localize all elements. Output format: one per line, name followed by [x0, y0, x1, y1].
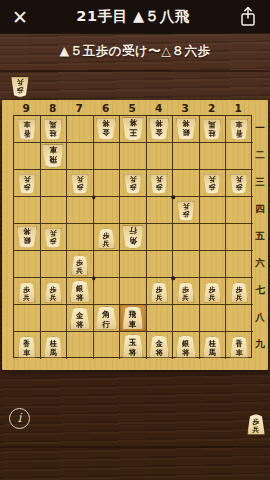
- square-7-6: 歩兵: [67, 251, 94, 278]
- wood-seam: [0, 70, 270, 72]
- piece-sente-keima: 桂馬: [44, 336, 63, 358]
- square-7-9: [67, 332, 94, 359]
- piece-sente-fu: 歩兵: [18, 282, 36, 303]
- piece-sente-kyosha: 香車: [230, 336, 249, 358]
- square-2-2: [200, 143, 227, 170]
- square-6-2: [94, 143, 121, 170]
- square-3-5: [173, 224, 200, 251]
- file-label-9: 9: [13, 100, 40, 115]
- square-6-6: [94, 251, 121, 278]
- square-4-1: 金将: [147, 116, 174, 143]
- piece-sente-fu: 歩兵: [231, 282, 249, 303]
- square-5-8: 飛車: [120, 305, 147, 332]
- square-5-4: [120, 197, 147, 224]
- file-label-6: 6: [93, 100, 120, 115]
- file-label-1: 1: [225, 100, 252, 115]
- piece-gote-fu: 歩兵: [45, 228, 63, 249]
- piece-gote-keima: 桂馬: [44, 119, 63, 141]
- square-7-1: [67, 116, 94, 143]
- piece-gote-kyosha: 香車: [18, 119, 37, 141]
- square-7-3: 歩兵: [67, 170, 94, 197]
- square-9-3: 歩兵: [14, 170, 41, 197]
- file-label-7: 7: [66, 100, 93, 115]
- square-6-7: [94, 278, 121, 305]
- rank-label-2: 二: [252, 142, 268, 169]
- rank-label-5: 五: [252, 223, 268, 250]
- square-2-4: [200, 197, 227, 224]
- hoshi-dot: [171, 276, 175, 280]
- piece-sente-fu: 歩兵: [98, 228, 116, 249]
- square-4-3: 歩兵: [147, 170, 174, 197]
- piece-sente-fu: 歩兵: [71, 255, 89, 276]
- square-6-5: 歩兵: [94, 224, 121, 251]
- rank-label-9: 九: [252, 331, 268, 358]
- file-label-5: 5: [119, 100, 146, 115]
- piece-sente-kyosha: 香車: [18, 336, 37, 358]
- piece-sente-hisha: 飛車: [122, 306, 144, 330]
- piece-gote-kakugyo: 角行: [122, 225, 144, 249]
- square-8-6: [41, 251, 68, 278]
- rank-label-3: 三: [252, 169, 268, 196]
- info-button[interactable]: i: [9, 408, 30, 429]
- hoshi-dot: [92, 276, 96, 280]
- top-bar: ✕ 21手目 ▲５八飛: [0, 0, 270, 33]
- square-6-3: [94, 170, 121, 197]
- piece-gote-fu: 歩兵: [204, 174, 222, 195]
- square-1-8: [226, 305, 253, 332]
- rank-label-7: 七: [252, 277, 268, 304]
- piece-sente-fu: 歩兵: [151, 282, 169, 303]
- square-7-7: 銀将: [67, 278, 94, 305]
- sente-hand-tray: 歩兵: [245, 413, 267, 436]
- hoshi-dot: [171, 195, 175, 199]
- square-6-8: 角行: [94, 305, 121, 332]
- close-button[interactable]: ✕: [0, 0, 40, 33]
- square-1-4: [226, 197, 253, 224]
- piece-sente-keima: 桂馬: [203, 336, 222, 358]
- share-button[interactable]: [226, 0, 270, 33]
- square-2-7: 歩兵: [200, 278, 227, 305]
- square-3-8: [173, 305, 200, 332]
- square-9-7: 歩兵: [14, 278, 41, 305]
- gote-hand-tray: 歩兵: [9, 76, 31, 99]
- square-9-2: [14, 143, 41, 170]
- share-icon: [238, 6, 258, 28]
- piece-sente-gyokusho: 玉将: [122, 334, 144, 358]
- square-2-9: 桂馬: [200, 332, 227, 359]
- square-8-5: 歩兵: [41, 224, 68, 251]
- square-2-8: [200, 305, 227, 332]
- square-3-9: 銀将: [173, 332, 200, 359]
- square-9-9: 香車: [14, 332, 41, 359]
- file-label-4: 4: [146, 100, 173, 115]
- square-3-1: 銀将: [173, 116, 200, 143]
- square-8-9: 桂馬: [41, 332, 68, 359]
- page-title: 21手目 ▲５八飛: [76, 7, 189, 26]
- piece-gote-kyosha: 香車: [230, 119, 249, 141]
- piece-gote-keima: 桂馬: [203, 119, 222, 141]
- wood-seam: [0, 446, 270, 448]
- piece-gote-fu: 歩兵: [124, 174, 142, 195]
- file-label-8: 8: [40, 100, 67, 115]
- square-5-2: [120, 143, 147, 170]
- square-6-9: [94, 332, 121, 359]
- square-1-1: 香車: [226, 116, 253, 143]
- piece-sente-fu: 歩兵: [247, 414, 265, 435]
- rank-label-1: 一: [252, 115, 268, 142]
- square-3-7: 歩兵: [173, 278, 200, 305]
- square-8-2: 飛車: [41, 143, 68, 170]
- square-3-4: 歩兵: [173, 197, 200, 224]
- square-8-4: [41, 197, 68, 224]
- square-2-1: 桂馬: [200, 116, 227, 143]
- file-labels: 987654321: [13, 100, 252, 115]
- rank-label-6: 六: [252, 250, 268, 277]
- square-4-7: 歩兵: [147, 278, 174, 305]
- square-7-5: [67, 224, 94, 251]
- piece-sente-fu: 歩兵: [204, 282, 222, 303]
- piece-gote-fu: 歩兵: [177, 201, 195, 222]
- piece-gote-hisha: 飛車: [43, 144, 65, 168]
- square-4-9: 金将: [147, 332, 174, 359]
- piece-gote-fu: 歩兵: [11, 77, 29, 98]
- square-7-8: 金将: [67, 305, 94, 332]
- square-1-9: 香車: [226, 332, 253, 359]
- file-label-3: 3: [172, 100, 199, 115]
- square-9-4: [14, 197, 41, 224]
- square-5-5: 角行: [120, 224, 147, 251]
- board-grid: 香車桂馬金将王将金将銀将桂馬香車飛車歩兵歩兵歩兵歩兵歩兵歩兵歩兵銀将歩兵歩兵角行…: [13, 115, 252, 358]
- square-9-1: 香車: [14, 116, 41, 143]
- square-8-8: [41, 305, 68, 332]
- square-4-2: [147, 143, 174, 170]
- piece-sente-kinsho: 金将: [70, 307, 90, 330]
- piece-gote-fu: 歩兵: [18, 174, 36, 195]
- piece-sente-kakugyo: 角行: [96, 306, 118, 330]
- square-1-7: 歩兵: [226, 278, 253, 305]
- file-label-2: 2: [199, 100, 226, 115]
- rank-labels: 一二三四五六七八九: [252, 115, 268, 358]
- piece-sente-ginsho: 銀将: [176, 335, 196, 358]
- square-4-8: [147, 305, 174, 332]
- chapter-subtitle: ▲５五歩の受け〜△８六歩: [0, 33, 270, 70]
- square-6-4: [94, 197, 121, 224]
- shogi-board: 987654321 香車桂馬金将王将金将銀将桂馬香車飛車歩兵歩兵歩兵歩兵歩兵歩兵…: [2, 100, 268, 370]
- rank-label-4: 四: [252, 196, 268, 223]
- square-3-6: [173, 251, 200, 278]
- square-8-3: [41, 170, 68, 197]
- square-8-7: 歩兵: [41, 278, 68, 305]
- piece-gote-fu: 歩兵: [151, 174, 169, 195]
- piece-gote-osho: 王将: [122, 117, 144, 141]
- square-8-1: 桂馬: [41, 116, 68, 143]
- square-1-5: [226, 224, 253, 251]
- piece-sente-fu: 歩兵: [177, 282, 195, 303]
- square-6-1: 金将: [94, 116, 121, 143]
- piece-sente-ginsho: 銀将: [70, 280, 90, 303]
- square-5-6: [120, 251, 147, 278]
- square-5-3: 歩兵: [120, 170, 147, 197]
- app-screen: ✕ 21手目 ▲５八飛 ▲５五歩の受け〜△８六歩 歩兵 987654321 香車…: [0, 0, 270, 480]
- square-2-5: [200, 224, 227, 251]
- hoshi-dot: [92, 195, 96, 199]
- piece-sente-kinsho: 金将: [149, 335, 169, 358]
- piece-gote-ginsho: 銀将: [176, 118, 196, 141]
- piece-sente-fu: 歩兵: [45, 282, 63, 303]
- square-9-5: 銀将: [14, 224, 41, 251]
- piece-gote-kinsho: 金将: [96, 118, 116, 141]
- rank-label-8: 八: [252, 304, 268, 331]
- square-1-3: 歩兵: [226, 170, 253, 197]
- square-7-4: [67, 197, 94, 224]
- square-5-9: 玉将: [120, 332, 147, 359]
- square-4-5: [147, 224, 174, 251]
- square-3-3: [173, 170, 200, 197]
- square-4-6: [147, 251, 174, 278]
- square-9-8: [14, 305, 41, 332]
- square-7-2: [67, 143, 94, 170]
- square-9-6: [14, 251, 41, 278]
- piece-gote-ginsho: 銀将: [17, 226, 37, 249]
- square-1-6: [226, 251, 253, 278]
- square-2-3: 歩兵: [200, 170, 227, 197]
- piece-gote-fu: 歩兵: [231, 174, 249, 195]
- square-5-7: [120, 278, 147, 305]
- square-3-2: [173, 143, 200, 170]
- square-4-4: [147, 197, 174, 224]
- square-2-6: [200, 251, 227, 278]
- square-5-1: 王将: [120, 116, 147, 143]
- piece-gote-kinsho: 金将: [149, 118, 169, 141]
- piece-gote-fu: 歩兵: [71, 174, 89, 195]
- square-1-2: [226, 143, 253, 170]
